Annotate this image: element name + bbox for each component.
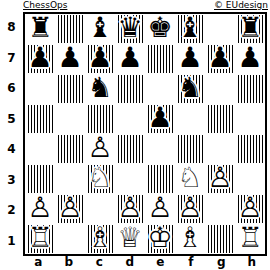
square-d6[interactable] bbox=[115, 74, 145, 104]
white-knight: ♞ bbox=[175, 162, 205, 194]
square-b8[interactable] bbox=[55, 14, 85, 44]
white-pawn-outline: ♙ bbox=[205, 162, 235, 194]
credit-text: © EUdesign bbox=[214, 0, 268, 11]
black-pawn: ♟ bbox=[115, 42, 145, 74]
black-pawn: ♟ bbox=[145, 102, 175, 134]
square-b2[interactable]: ♟♙ bbox=[55, 194, 85, 224]
square-f7[interactable]: ♟ bbox=[175, 44, 205, 74]
white-knight-outline: ♘ bbox=[175, 162, 205, 194]
white-pawn: ♟ bbox=[235, 192, 265, 224]
square-d2[interactable]: ♟♙ bbox=[115, 194, 145, 224]
square-d5[interactable] bbox=[115, 104, 145, 134]
square-h5[interactable] bbox=[235, 104, 265, 134]
app-title: ChessOps bbox=[23, 0, 67, 11]
square-b6[interactable] bbox=[55, 74, 85, 104]
square-c3[interactable]: ♞♘ bbox=[85, 164, 115, 194]
black-king: ♚ bbox=[145, 12, 175, 44]
square-c7[interactable]: ♟ bbox=[85, 44, 115, 74]
square-d7[interactable]: ♟ bbox=[115, 44, 145, 74]
white-queen-outline: ♕ bbox=[115, 222, 145, 254]
black-bishop: ♝ bbox=[85, 12, 115, 44]
file-label-e: e bbox=[145, 255, 176, 270]
square-h8[interactable]: ♜ bbox=[235, 14, 265, 44]
white-rook: ♜ bbox=[235, 222, 265, 254]
file-label-a: a bbox=[23, 255, 54, 270]
square-a7[interactable]: ♟ bbox=[25, 44, 55, 74]
rank-label-7: 7 bbox=[0, 43, 23, 74]
square-d1[interactable]: ♛♕ bbox=[115, 224, 145, 254]
square-e4[interactable] bbox=[145, 134, 175, 164]
square-e3[interactable] bbox=[145, 164, 175, 194]
rank-label-3: 3 bbox=[0, 165, 23, 196]
black-rook: ♜ bbox=[25, 12, 55, 44]
square-a1[interactable]: ♜♖ bbox=[25, 224, 55, 254]
square-b7[interactable]: ♟ bbox=[55, 44, 85, 74]
square-a4[interactable] bbox=[25, 134, 55, 164]
white-bishop-outline: ♗ bbox=[85, 222, 115, 254]
file-label-h: h bbox=[237, 255, 268, 270]
white-rook-outline: ♖ bbox=[25, 222, 55, 254]
square-f8[interactable]: ♝ bbox=[175, 14, 205, 44]
square-e8[interactable]: ♚ bbox=[145, 14, 175, 44]
square-g2[interactable] bbox=[205, 194, 235, 224]
square-b3[interactable] bbox=[55, 164, 85, 194]
white-pawn: ♟ bbox=[25, 192, 55, 224]
square-d4[interactable] bbox=[115, 134, 145, 164]
square-e5[interactable]: ♟ bbox=[145, 104, 175, 134]
square-g6[interactable] bbox=[205, 74, 235, 104]
black-knight: ♞ bbox=[85, 72, 115, 104]
square-f1[interactable]: ♝♗ bbox=[175, 224, 205, 254]
black-pawn: ♟ bbox=[175, 42, 205, 74]
square-c6[interactable]: ♞ bbox=[85, 74, 115, 104]
file-label-b: b bbox=[54, 255, 85, 270]
square-g4[interactable] bbox=[205, 134, 235, 164]
chess-board: ♜♝♛♚♝♜♟♟♟♟♟♟♟♞♞♟♟♙♞♘♞♘♟♙♟♙♟♙♟♙♟♙♟♙♟♙♜♖♝♗… bbox=[23, 12, 267, 256]
square-b1[interactable] bbox=[55, 224, 85, 254]
black-pawn: ♟ bbox=[25, 42, 55, 74]
file-labels: abcdefgh bbox=[23, 255, 267, 270]
square-c8[interactable]: ♝ bbox=[85, 14, 115, 44]
black-bishop: ♝ bbox=[175, 12, 205, 44]
square-g7[interactable]: ♟ bbox=[205, 44, 235, 74]
square-b5[interactable] bbox=[55, 104, 85, 134]
white-bishop: ♝ bbox=[85, 222, 115, 254]
square-f4[interactable] bbox=[175, 134, 205, 164]
rank-label-8: 8 bbox=[0, 12, 23, 43]
file-label-d: d bbox=[115, 255, 146, 270]
square-g5[interactable] bbox=[205, 104, 235, 134]
square-d8[interactable]: ♛ bbox=[115, 14, 145, 44]
black-pawn: ♟ bbox=[235, 42, 265, 74]
square-e2[interactable]: ♟♙ bbox=[145, 194, 175, 224]
square-b4[interactable] bbox=[55, 134, 85, 164]
white-pawn-outline: ♙ bbox=[85, 132, 115, 164]
rank-labels: 87654321 bbox=[0, 12, 23, 256]
white-pawn: ♟ bbox=[145, 192, 175, 224]
black-knight: ♞ bbox=[175, 72, 205, 104]
white-bishop-outline: ♗ bbox=[175, 222, 205, 254]
black-pawn: ♟ bbox=[205, 42, 235, 74]
white-pawn-outline: ♙ bbox=[175, 192, 205, 224]
white-pawn-outline: ♙ bbox=[25, 192, 55, 224]
black-pawn: ♟ bbox=[55, 42, 85, 74]
white-pawn: ♟ bbox=[205, 162, 235, 194]
rank-label-2: 2 bbox=[0, 195, 23, 226]
chess-app-window: ChessOps © EUdesign 87654321 ♜♝♛♚♝♜♟♟♟♟♟… bbox=[0, 0, 270, 270]
white-pawn: ♟ bbox=[115, 192, 145, 224]
square-h4[interactable] bbox=[235, 134, 265, 164]
file-label-g: g bbox=[206, 255, 237, 270]
square-g1[interactable] bbox=[205, 224, 235, 254]
square-c5[interactable] bbox=[85, 104, 115, 134]
square-c2[interactable] bbox=[85, 194, 115, 224]
square-a3[interactable] bbox=[25, 164, 55, 194]
square-f5[interactable] bbox=[175, 104, 205, 134]
square-h2[interactable]: ♟♙ bbox=[235, 194, 265, 224]
file-label-f: f bbox=[176, 255, 207, 270]
square-a5[interactable] bbox=[25, 104, 55, 134]
white-pawn: ♟ bbox=[175, 192, 205, 224]
white-knight-outline: ♘ bbox=[85, 162, 115, 194]
white-pawn-outline: ♙ bbox=[145, 192, 175, 224]
rank-label-5: 5 bbox=[0, 104, 23, 135]
white-bishop: ♝ bbox=[175, 222, 205, 254]
white-knight: ♞ bbox=[85, 162, 115, 194]
square-a2[interactable]: ♟♙ bbox=[25, 194, 55, 224]
square-h1[interactable]: ♜♖ bbox=[235, 224, 265, 254]
square-a6[interactable] bbox=[25, 74, 55, 104]
white-rook-outline: ♖ bbox=[235, 222, 265, 254]
white-king: ♚ bbox=[145, 222, 175, 254]
white-queen: ♛ bbox=[115, 222, 145, 254]
square-h7[interactable]: ♟ bbox=[235, 44, 265, 74]
file-label-c: c bbox=[84, 255, 115, 270]
rank-label-4: 4 bbox=[0, 134, 23, 165]
rank-label-6: 6 bbox=[0, 73, 23, 104]
square-g3[interactable]: ♟♙ bbox=[205, 164, 235, 194]
black-rook: ♜ bbox=[235, 12, 265, 44]
square-e7[interactable] bbox=[145, 44, 175, 74]
white-pawn-outline: ♙ bbox=[115, 192, 145, 224]
white-pawn-outline: ♙ bbox=[235, 192, 265, 224]
square-h6[interactable] bbox=[235, 74, 265, 104]
square-f6[interactable]: ♞ bbox=[175, 74, 205, 104]
black-queen: ♛ bbox=[115, 12, 145, 44]
square-g8[interactable] bbox=[205, 14, 235, 44]
white-pawn-outline: ♙ bbox=[55, 192, 85, 224]
white-king-outline: ♔ bbox=[145, 222, 175, 254]
square-c1[interactable]: ♝♗ bbox=[85, 224, 115, 254]
square-a8[interactable]: ♜ bbox=[25, 14, 55, 44]
square-e1[interactable]: ♚♔ bbox=[145, 224, 175, 254]
white-pawn: ♟ bbox=[55, 192, 85, 224]
square-e6[interactable] bbox=[145, 74, 175, 104]
square-f2[interactable]: ♟♙ bbox=[175, 194, 205, 224]
square-h3[interactable] bbox=[235, 164, 265, 194]
square-d3[interactable] bbox=[115, 164, 145, 194]
white-rook: ♜ bbox=[25, 222, 55, 254]
white-pawn: ♟ bbox=[85, 132, 115, 164]
square-c4[interactable]: ♟♙ bbox=[85, 134, 115, 164]
rank-label-1: 1 bbox=[0, 226, 23, 257]
square-f3[interactable]: ♞♘ bbox=[175, 164, 205, 194]
black-pawn: ♟ bbox=[85, 42, 115, 74]
